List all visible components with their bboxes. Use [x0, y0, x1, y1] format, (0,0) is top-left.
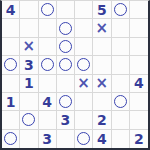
cell-r4c1[interactable] [2, 56, 20, 74]
cell-r8c7[interactable] [112, 130, 130, 148]
circle-mark-icon [77, 132, 90, 145]
circle-mark-icon [59, 40, 72, 53]
cell-r6c5[interactable] [75, 93, 93, 111]
clue-number: 2 [97, 113, 107, 127]
cell-r6c1[interactable]: 1 [2, 93, 20, 111]
cell-r1c2[interactable] [20, 1, 38, 19]
cell-r3c1[interactable] [2, 38, 20, 56]
cell-r7c1[interactable] [2, 111, 20, 129]
clue-number: 3 [24, 58, 34, 72]
cell-r5c5[interactable]: × [75, 75, 93, 93]
cell-r5c4[interactable] [57, 75, 75, 93]
cell-r6c6[interactable] [93, 93, 111, 111]
cell-r8c6[interactable]: 4 [93, 130, 111, 148]
clue-number: 3 [61, 113, 71, 127]
cell-r1c3[interactable] [39, 1, 57, 19]
circle-mark-icon [59, 22, 72, 35]
cross-mark-icon: × [23, 39, 36, 54]
clue-number: 3 [42, 132, 52, 146]
cell-r7c2[interactable] [20, 111, 38, 129]
cell-r3c5[interactable] [75, 38, 93, 56]
cell-r7c6[interactable]: 2 [93, 111, 111, 129]
circle-mark-icon [4, 132, 17, 145]
clue-number: 4 [42, 95, 52, 109]
cell-r2c2[interactable] [20, 19, 38, 37]
circle-mark-icon [59, 95, 72, 108]
cell-r3c3[interactable] [39, 38, 57, 56]
puzzle-board: 45××31××41432342 [0, 0, 150, 150]
cell-r7c4[interactable]: 3 [57, 111, 75, 129]
circle-mark-icon [59, 58, 72, 71]
clue-number: 4 [6, 3, 16, 17]
cell-r1c8[interactable] [130, 1, 148, 19]
cell-r7c7[interactable] [112, 111, 130, 129]
cell-r1c6[interactable]: 5 [93, 1, 111, 19]
cell-r6c8[interactable] [130, 93, 148, 111]
cell-r8c2[interactable] [20, 130, 38, 148]
cell-r7c3[interactable] [39, 111, 57, 129]
cell-r5c8[interactable]: 4 [130, 75, 148, 93]
cell-r2c4[interactable] [57, 19, 75, 37]
circle-mark-icon [77, 58, 90, 71]
cell-r2c1[interactable] [2, 19, 20, 37]
circle-mark-icon [22, 113, 35, 126]
cell-r2c3[interactable] [39, 19, 57, 37]
cell-r8c4[interactable] [57, 130, 75, 148]
circle-mark-icon [41, 3, 54, 16]
clue-number: 1 [6, 95, 16, 109]
cell-r8c8[interactable]: 2 [130, 130, 148, 148]
cell-r4c8[interactable] [130, 56, 148, 74]
cell-r5c6[interactable]: × [93, 75, 111, 93]
cell-r3c2[interactable]: × [20, 38, 38, 56]
cell-r2c5[interactable] [75, 19, 93, 37]
cell-r5c1[interactable] [2, 75, 20, 93]
cell-r1c7[interactable] [112, 1, 130, 19]
clue-number: 2 [134, 132, 144, 146]
cell-r5c2[interactable]: 1 [20, 75, 38, 93]
cell-r4c4[interactable] [57, 56, 75, 74]
cell-r3c6[interactable] [93, 38, 111, 56]
clue-number: 1 [24, 76, 34, 90]
cell-r8c5[interactable] [75, 130, 93, 148]
cross-mark-icon: × [77, 76, 90, 91]
cell-r3c8[interactable] [130, 38, 148, 56]
cell-r4c3[interactable] [39, 56, 57, 74]
cell-r8c1[interactable] [2, 130, 20, 148]
cell-r3c7[interactable] [112, 38, 130, 56]
cell-r7c8[interactable] [130, 111, 148, 129]
cell-r6c3[interactable]: 4 [39, 93, 57, 111]
circle-mark-icon [41, 58, 54, 71]
cell-r3c4[interactable] [57, 38, 75, 56]
circle-mark-icon [4, 58, 17, 71]
cell-r4c6[interactable] [93, 56, 111, 74]
cell-r5c7[interactable] [112, 75, 130, 93]
cell-r8c3[interactable]: 3 [39, 130, 57, 148]
cell-r4c7[interactable] [112, 56, 130, 74]
cell-r1c1[interactable]: 4 [2, 1, 20, 19]
cell-r4c2[interactable]: 3 [20, 56, 38, 74]
cross-mark-icon: × [96, 76, 109, 91]
cell-r4c5[interactable] [75, 56, 93, 74]
cell-r2c7[interactable] [112, 19, 130, 37]
cell-r1c4[interactable] [57, 1, 75, 19]
cell-r6c4[interactable] [57, 93, 75, 111]
cell-r7c5[interactable] [75, 111, 93, 129]
cross-mark-icon: × [96, 21, 109, 36]
clue-number: 4 [97, 132, 107, 146]
cell-r2c8[interactable] [130, 19, 148, 37]
circle-mark-icon [114, 3, 127, 16]
clue-number: 4 [134, 76, 144, 90]
cell-r5c3[interactable] [39, 75, 57, 93]
clue-number: 5 [97, 3, 107, 17]
cell-r1c5[interactable] [75, 1, 93, 19]
cell-r6c2[interactable] [20, 93, 38, 111]
cell-r6c7[interactable] [112, 93, 130, 111]
circle-mark-icon [114, 95, 127, 108]
cell-r2c6[interactable]: × [93, 19, 111, 37]
puzzle-screenshot: 45××31××41432342 [0, 0, 150, 150]
